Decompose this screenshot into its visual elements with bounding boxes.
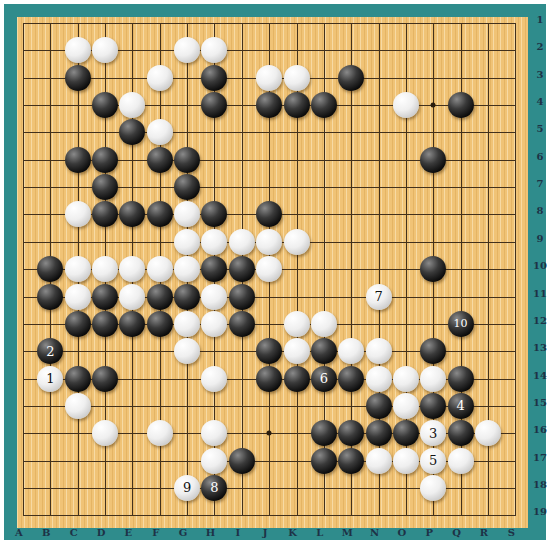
stone-black[interactable]	[338, 420, 364, 446]
stone-white[interactable]	[229, 229, 255, 255]
stone-white[interactable]: 9	[174, 475, 200, 501]
stone-white[interactable]	[174, 338, 200, 364]
stone-black[interactable]	[338, 448, 364, 474]
column-label: O	[398, 527, 407, 538]
row-label: 10	[531, 260, 549, 271]
stone-white[interactable]	[201, 448, 227, 474]
column-label: C	[70, 527, 78, 538]
stone-white[interactable]	[174, 201, 200, 227]
stone-black[interactable]	[284, 92, 310, 118]
stone-black[interactable]	[229, 284, 255, 310]
stone-black[interactable]	[174, 174, 200, 200]
column-label: E	[125, 527, 133, 538]
stone-white[interactable]	[256, 256, 282, 282]
row-label: 18	[531, 478, 549, 489]
stone-white[interactable]: 5	[420, 448, 446, 474]
stone-white[interactable]	[338, 338, 364, 364]
stone-white[interactable]	[92, 256, 118, 282]
stone-white[interactable]	[119, 92, 145, 118]
row-label: 16	[531, 424, 549, 435]
column-label: D	[97, 527, 106, 538]
stone-black[interactable]	[420, 147, 446, 173]
stone-white[interactable]	[475, 420, 501, 446]
column-label: P	[425, 527, 433, 538]
stone-white[interactable]	[201, 420, 227, 446]
stone-black[interactable]	[256, 338, 282, 364]
grid-line-horizontal	[23, 515, 516, 516]
row-label: 1	[531, 14, 549, 25]
stone-black[interactable]	[174, 147, 200, 173]
stone-white[interactable]	[174, 256, 200, 282]
move-number-label: 7	[374, 290, 382, 303]
stone-white[interactable]	[147, 119, 173, 145]
column-label: S	[508, 527, 515, 538]
stone-black[interactable]: 4	[448, 393, 474, 419]
stone-black[interactable]	[448, 366, 474, 392]
stone-black[interactable]	[448, 92, 474, 118]
row-label: 19	[531, 506, 549, 517]
column-label: F	[152, 527, 159, 538]
stone-black[interactable]	[92, 201, 118, 227]
stone-white[interactable]	[65, 393, 91, 419]
stone-black[interactable]	[256, 201, 282, 227]
stone-white[interactable]	[393, 92, 419, 118]
stone-white[interactable]	[366, 338, 392, 364]
stone-black[interactable]	[393, 420, 419, 446]
column-label: B	[42, 527, 50, 538]
stone-white[interactable]	[284, 338, 310, 364]
move-number-label: 8	[210, 481, 218, 494]
stone-black[interactable]	[37, 284, 63, 310]
stone-black[interactable]	[92, 311, 118, 337]
row-label: 15	[531, 396, 549, 407]
stone-white[interactable]	[65, 201, 91, 227]
stone-white[interactable]	[311, 311, 337, 337]
row-label: 12	[531, 314, 549, 325]
stone-black[interactable]	[147, 147, 173, 173]
stone-black[interactable]	[284, 366, 310, 392]
stone-black[interactable]	[201, 92, 227, 118]
stone-white[interactable]	[256, 65, 282, 91]
row-label: 4	[531, 96, 549, 107]
stone-black[interactable]: 6	[311, 366, 337, 392]
stone-white[interactable]	[366, 366, 392, 392]
stone-white[interactable]	[420, 366, 446, 392]
column-label: I	[235, 527, 240, 538]
row-label: 14	[531, 369, 549, 380]
stone-white[interactable]	[366, 448, 392, 474]
row-label: 17	[531, 451, 549, 462]
row-label: 13	[531, 342, 549, 353]
column-label: A	[15, 527, 23, 538]
stone-black[interactable]	[338, 366, 364, 392]
move-number-label: 5	[429, 454, 437, 467]
stone-white[interactable]	[119, 256, 145, 282]
stone-white[interactable]	[201, 229, 227, 255]
stone-white[interactable]: 3	[420, 420, 446, 446]
stone-black[interactable]	[92, 284, 118, 310]
column-label: K	[288, 527, 297, 538]
stone-black[interactable]	[147, 284, 173, 310]
stone-white[interactable]	[393, 448, 419, 474]
stone-white[interactable]	[284, 311, 310, 337]
column-label: J	[263, 527, 268, 538]
stone-white[interactable]	[92, 37, 118, 63]
stone-white[interactable]	[201, 311, 227, 337]
star-point	[431, 103, 436, 108]
stone-black[interactable]	[311, 420, 337, 446]
stone-black[interactable]	[37, 256, 63, 282]
stone-white[interactable]	[420, 475, 446, 501]
stone-white[interactable]	[174, 311, 200, 337]
stone-white[interactable]	[284, 229, 310, 255]
column-label: N	[370, 527, 379, 538]
row-label: 9	[531, 232, 549, 243]
move-number-label: 3	[429, 427, 437, 440]
stone-black[interactable]	[420, 393, 446, 419]
stone-black[interactable]	[92, 92, 118, 118]
stone-black[interactable]	[420, 256, 446, 282]
stone-black[interactable]	[92, 174, 118, 200]
stone-black[interactable]	[229, 311, 255, 337]
column-label: Q	[452, 527, 461, 538]
column-label: R	[480, 527, 488, 538]
stone-white[interactable]	[393, 393, 419, 419]
stone-white[interactable]	[393, 366, 419, 392]
stone-black[interactable]	[201, 256, 227, 282]
stone-white[interactable]	[448, 448, 474, 474]
stone-black[interactable]	[92, 366, 118, 392]
stone-black[interactable]	[256, 92, 282, 118]
stone-black[interactable]	[147, 311, 173, 337]
column-label: H	[206, 527, 215, 538]
stone-white[interactable]: 1	[37, 366, 63, 392]
stone-white[interactable]	[256, 229, 282, 255]
stone-white[interactable]	[147, 420, 173, 446]
stone-black[interactable]	[338, 65, 364, 91]
stone-black[interactable]	[65, 147, 91, 173]
stone-white[interactable]	[147, 65, 173, 91]
stone-black[interactable]	[65, 65, 91, 91]
stone-black[interactable]	[65, 366, 91, 392]
move-number-label: 4	[456, 399, 464, 412]
stone-black[interactable]	[119, 201, 145, 227]
row-label: 8	[531, 205, 549, 216]
stone-white[interactable]	[147, 256, 173, 282]
stone-black[interactable]	[229, 256, 255, 282]
row-label: 11	[531, 287, 549, 298]
stone-white[interactable]	[65, 37, 91, 63]
stone-white[interactable]	[201, 284, 227, 310]
stone-white[interactable]	[65, 256, 91, 282]
stone-black[interactable]	[256, 366, 282, 392]
stone-black[interactable]	[311, 448, 337, 474]
stone-black[interactable]	[92, 147, 118, 173]
stone-black[interactable]	[201, 201, 227, 227]
stone-white[interactable]	[284, 65, 310, 91]
stone-black[interactable]	[311, 338, 337, 364]
row-label: 2	[531, 41, 549, 52]
stone-white[interactable]	[174, 37, 200, 63]
stone-black[interactable]: 10	[448, 311, 474, 337]
row-label: 6	[531, 150, 549, 161]
stone-black[interactable]	[366, 393, 392, 419]
move-number-label: 1	[46, 372, 54, 385]
row-label: 7	[531, 178, 549, 189]
row-label: 5	[531, 123, 549, 134]
stone-black[interactable]	[311, 92, 337, 118]
stone-black[interactable]	[420, 338, 446, 364]
move-number-label: 10	[454, 318, 468, 329]
stone-black[interactable]	[448, 420, 474, 446]
stone-white[interactable]	[201, 37, 227, 63]
star-point	[267, 431, 272, 436]
stone-white[interactable]	[65, 284, 91, 310]
stone-white[interactable]	[201, 366, 227, 392]
stone-black[interactable]	[366, 420, 392, 446]
stone-black[interactable]	[201, 65, 227, 91]
stone-black[interactable]: 2	[37, 338, 63, 364]
grid-line-vertical	[515, 23, 516, 516]
row-label: 3	[531, 68, 549, 79]
board-frame: 71021643598 ABCDEFGHIJKLMNOPQRS 12345678…	[4, 4, 546, 540]
stone-black[interactable]	[147, 201, 173, 227]
move-number-label: 6	[320, 372, 328, 385]
move-number-label: 9	[183, 481, 191, 494]
stone-white[interactable]	[119, 284, 145, 310]
move-number-label: 2	[46, 345, 54, 358]
column-label: L	[316, 527, 323, 538]
go-board[interactable]: 71021643598	[17, 17, 528, 528]
stone-white[interactable]: 7	[366, 284, 392, 310]
stone-black[interactable]	[174, 284, 200, 310]
stone-white[interactable]	[92, 420, 118, 446]
stone-black[interactable]	[119, 311, 145, 337]
stone-black[interactable]	[229, 448, 255, 474]
stone-white[interactable]	[174, 229, 200, 255]
stone-black[interactable]: 8	[201, 475, 227, 501]
column-label: G	[179, 527, 188, 538]
go-game-screenshot: { "game": "go", "board": { "size": 19, "…	[0, 0, 550, 544]
column-label: M	[342, 527, 353, 538]
stone-black[interactable]	[119, 119, 145, 145]
stone-black[interactable]	[65, 311, 91, 337]
